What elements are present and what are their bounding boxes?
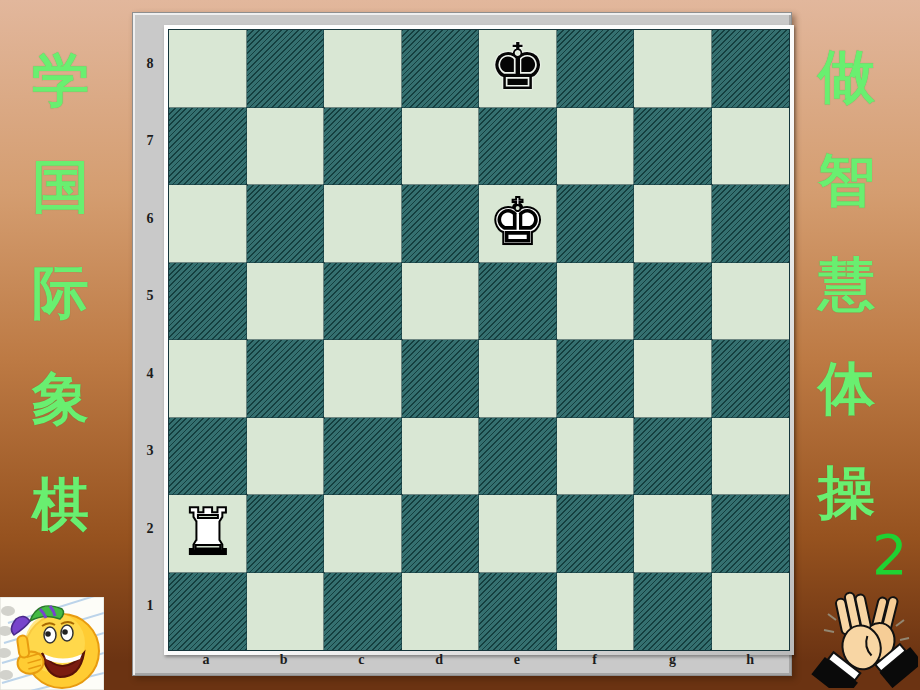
- white-king: ♚: [489, 190, 546, 254]
- square-e7: [479, 108, 557, 186]
- rank-label-6: 6: [133, 180, 167, 258]
- square-e2: [479, 495, 557, 573]
- square-c8: [324, 30, 402, 108]
- square-g5: [634, 263, 712, 341]
- caption-char: 棋: [32, 476, 89, 533]
- caption-char: 象: [32, 370, 89, 427]
- file-label-f: f: [556, 647, 634, 673]
- square-d5: [402, 263, 480, 341]
- caption-char: 操: [818, 464, 875, 521]
- square-g7: [634, 108, 712, 186]
- square-c1: [324, 573, 402, 651]
- square-g2: [634, 495, 712, 573]
- chessboard: ♚♚♜: [168, 29, 790, 651]
- rank-label-3: 3: [133, 413, 167, 491]
- white-rook: ♜: [179, 500, 236, 564]
- square-f8: [557, 30, 635, 108]
- caption-char: 做: [818, 48, 875, 105]
- square-f7: [557, 108, 635, 186]
- board-bevel: ♚♚♜: [164, 25, 794, 655]
- square-h4: [712, 340, 790, 418]
- square-c6: [324, 185, 402, 263]
- rank-labels: 87654321: [133, 25, 167, 645]
- square-h8: [712, 30, 790, 108]
- rank-label-8: 8: [133, 25, 167, 103]
- square-g3: [634, 418, 712, 496]
- square-g4: [634, 340, 712, 418]
- square-a7: [169, 108, 247, 186]
- square-e8: ♚: [479, 30, 557, 108]
- square-a6: [169, 185, 247, 263]
- square-c2: [324, 495, 402, 573]
- square-b6: [247, 185, 325, 263]
- square-d2: [402, 495, 480, 573]
- smiley-thumbs-up-image: [0, 597, 104, 690]
- square-h7: [712, 108, 790, 186]
- square-h6: [712, 185, 790, 263]
- square-d1: [402, 573, 480, 651]
- rank-label-1: 1: [133, 568, 167, 646]
- square-h2: [712, 495, 790, 573]
- square-f4: [557, 340, 635, 418]
- file-label-c: c: [323, 647, 401, 673]
- square-a8: [169, 30, 247, 108]
- square-h1: [712, 573, 790, 651]
- square-b1: [247, 573, 325, 651]
- file-label-b: b: [245, 647, 323, 673]
- rank-label-5: 5: [133, 258, 167, 336]
- square-b7: [247, 108, 325, 186]
- rank-label-4: 4: [133, 335, 167, 413]
- file-labels: abcdefgh: [167, 647, 789, 673]
- caption-char: 智: [818, 152, 875, 209]
- square-b8: [247, 30, 325, 108]
- square-g1: [634, 573, 712, 651]
- square-a4: [169, 340, 247, 418]
- square-e6: ♚: [479, 185, 557, 263]
- clapping-hands-image: [810, 590, 918, 690]
- clapping-hands-icon: [810, 590, 918, 688]
- rank-label-2: 2: [133, 490, 167, 568]
- square-g8: [634, 30, 712, 108]
- slide: { "slide": { "left_caption": { "text": "…: [0, 0, 920, 690]
- smiley-thumbs-up-icon: [0, 597, 104, 690]
- rank-label-7: 7: [133, 103, 167, 181]
- square-d8: [402, 30, 480, 108]
- square-h5: [712, 263, 790, 341]
- file-label-g: g: [634, 647, 712, 673]
- slide-number: 2: [872, 527, 908, 583]
- caption-char: 际: [32, 264, 89, 321]
- square-f3: [557, 418, 635, 496]
- square-h3: [712, 418, 790, 496]
- black-king: ♚: [489, 35, 546, 99]
- file-label-a: a: [167, 647, 245, 673]
- square-d3: [402, 418, 480, 496]
- square-b4: [247, 340, 325, 418]
- square-e5: [479, 263, 557, 341]
- file-label-h: h: [711, 647, 789, 673]
- square-b2: [247, 495, 325, 573]
- square-f6: [557, 185, 635, 263]
- square-e4: [479, 340, 557, 418]
- square-f2: [557, 495, 635, 573]
- square-b3: [247, 418, 325, 496]
- square-d4: [402, 340, 480, 418]
- square-f5: [557, 263, 635, 341]
- square-a5: [169, 263, 247, 341]
- chessboard-frame: 87654321 ♚♚♜ abcdefgh: [132, 12, 792, 676]
- square-a2: ♜: [169, 495, 247, 573]
- square-d7: [402, 108, 480, 186]
- square-e1: [479, 573, 557, 651]
- left-caption: 学国际象棋: [32, 52, 89, 533]
- square-a3: [169, 418, 247, 496]
- caption-char: 体: [818, 360, 875, 417]
- square-g6: [634, 185, 712, 263]
- square-b5: [247, 263, 325, 341]
- file-label-d: d: [400, 647, 478, 673]
- square-a1: [169, 573, 247, 651]
- square-c4: [324, 340, 402, 418]
- square-e3: [479, 418, 557, 496]
- right-caption: 做智慧体操: [818, 48, 875, 521]
- square-d6: [402, 185, 480, 263]
- caption-char: 国: [32, 158, 89, 215]
- square-f1: [557, 573, 635, 651]
- square-c7: [324, 108, 402, 186]
- square-c3: [324, 418, 402, 496]
- caption-char: 学: [32, 52, 89, 109]
- file-label-e: e: [478, 647, 556, 673]
- caption-char: 慧: [818, 256, 875, 313]
- square-c5: [324, 263, 402, 341]
